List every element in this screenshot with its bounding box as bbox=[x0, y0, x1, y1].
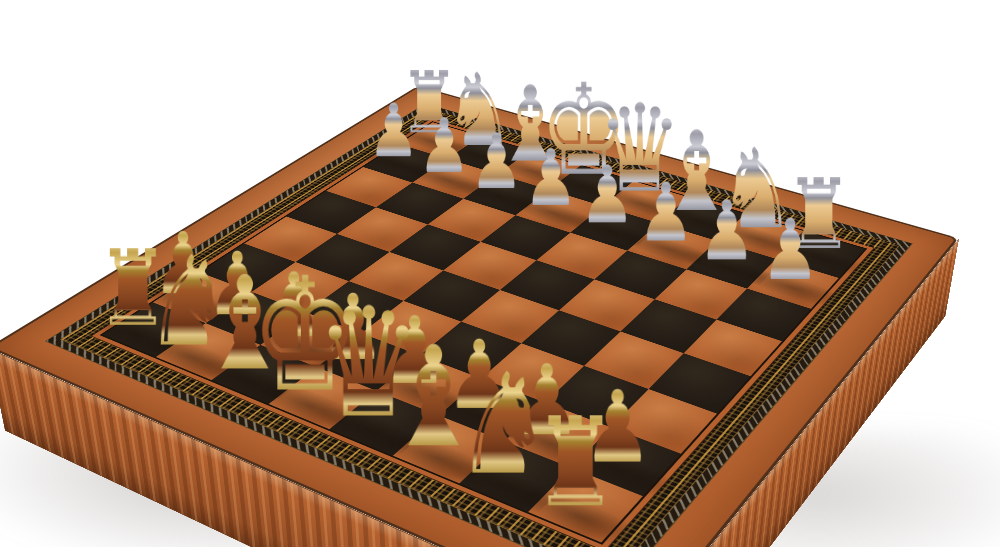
chessboard-3d: ♜♞♝♚♛♝♞♜♟♟♟♟♟♟♟♟♟♟♟♟♟♟♟♟♜♞♝♚♛♝♞♜ bbox=[0, 86, 959, 547]
product-photo-stage: ♜♞♝♚♛♝♞♜♟♟♟♟♟♟♟♟♟♟♟♟♟♟♟♟♜♞♝♚♛♝♞♜ bbox=[0, 0, 1000, 547]
white-pawn-icon: ♟ bbox=[761, 211, 820, 291]
black-rook-icon: ♜ bbox=[533, 404, 619, 521]
square-a5[interactable] bbox=[649, 353, 751, 413]
square-a4[interactable] bbox=[684, 320, 782, 376]
square-b4[interactable] bbox=[620, 299, 717, 353]
